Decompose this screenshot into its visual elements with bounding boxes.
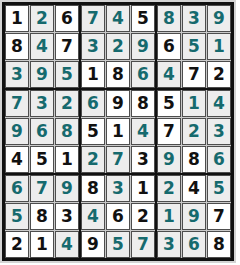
- cell-r4c1[interactable]: 7: [5, 90, 29, 117]
- cell-r8c1[interactable]: 5: [5, 203, 29, 230]
- cell-r8c3[interactable]: 3: [55, 203, 79, 230]
- cell-r7c2[interactable]: 7: [30, 175, 54, 202]
- cell-r8c9[interactable]: 7: [207, 203, 231, 230]
- cell-r6c9[interactable]: 6: [207, 146, 231, 173]
- box-r1c3: 839651472: [157, 5, 231, 88]
- cell-r2c8[interactable]: 5: [182, 33, 206, 60]
- cell-r3c1[interactable]: 3: [5, 61, 29, 88]
- cell-r9c1[interactable]: 2: [5, 231, 29, 258]
- cell-r8c4[interactable]: 4: [81, 203, 105, 230]
- cell-r5c6[interactable]: 4: [131, 118, 155, 145]
- cell-r7c5[interactable]: 3: [106, 175, 130, 202]
- cell-r5c5[interactable]: 1: [106, 118, 130, 145]
- cell-r3c9[interactable]: 2: [207, 61, 231, 88]
- cell-r2c5[interactable]: 2: [106, 33, 130, 60]
- cell-r1c4[interactable]: 7: [81, 5, 105, 32]
- cell-r1c8[interactable]: 3: [182, 5, 206, 32]
- sudoku-board: 1268473957453291868396514727329684516985…: [2, 2, 234, 261]
- box-r1c1: 126847395: [5, 5, 79, 88]
- cell-r9c2[interactable]: 1: [30, 231, 54, 258]
- cell-r5c2[interactable]: 6: [30, 118, 54, 145]
- cell-r3c4[interactable]: 1: [81, 61, 105, 88]
- cell-r2c1[interactable]: 8: [5, 33, 29, 60]
- box-r3c1: 679583214: [5, 175, 79, 258]
- cell-r3c7[interactable]: 4: [157, 61, 181, 88]
- cell-r7c1[interactable]: 6: [5, 175, 29, 202]
- cell-r9c3[interactable]: 4: [55, 231, 79, 258]
- cell-r6c5[interactable]: 7: [106, 146, 130, 173]
- cell-r3c2[interactable]: 9: [30, 61, 54, 88]
- cell-r7c7[interactable]: 2: [157, 175, 181, 202]
- cell-r5c7[interactable]: 7: [157, 118, 181, 145]
- cell-r2c9[interactable]: 1: [207, 33, 231, 60]
- box-r2c1: 732968451: [5, 90, 79, 173]
- cell-r2c6[interactable]: 9: [131, 33, 155, 60]
- cell-r6c1[interactable]: 4: [5, 146, 29, 173]
- cell-r6c4[interactable]: 2: [81, 146, 105, 173]
- cell-r9c4[interactable]: 9: [81, 231, 105, 258]
- cell-r1c2[interactable]: 2: [30, 5, 54, 32]
- cell-r8c8[interactable]: 9: [182, 203, 206, 230]
- cell-r9c8[interactable]: 6: [182, 231, 206, 258]
- cell-r6c2[interactable]: 5: [30, 146, 54, 173]
- box-r2c3: 514723986: [157, 90, 231, 173]
- box-r2c2: 698514273: [81, 90, 155, 173]
- cell-r1c6[interactable]: 5: [131, 5, 155, 32]
- cell-r7c6[interactable]: 1: [131, 175, 155, 202]
- cell-r2c4[interactable]: 3: [81, 33, 105, 60]
- cell-r6c8[interactable]: 8: [182, 146, 206, 173]
- cell-r3c8[interactable]: 7: [182, 61, 206, 88]
- cell-r7c8[interactable]: 4: [182, 175, 206, 202]
- cell-r1c7[interactable]: 8: [157, 5, 181, 32]
- cell-r5c1[interactable]: 9: [5, 118, 29, 145]
- cell-r4c9[interactable]: 4: [207, 90, 231, 117]
- cell-r4c6[interactable]: 8: [131, 90, 155, 117]
- cell-r9c5[interactable]: 5: [106, 231, 130, 258]
- cell-r3c3[interactable]: 5: [55, 61, 79, 88]
- cell-r5c9[interactable]: 3: [207, 118, 231, 145]
- cell-r7c3[interactable]: 9: [55, 175, 79, 202]
- cell-r4c2[interactable]: 3: [30, 90, 54, 117]
- cell-r2c7[interactable]: 6: [157, 33, 181, 60]
- cell-r1c9[interactable]: 9: [207, 5, 231, 32]
- cell-r2c3[interactable]: 7: [55, 33, 79, 60]
- cell-r4c8[interactable]: 1: [182, 90, 206, 117]
- cell-r9c7[interactable]: 3: [157, 231, 181, 258]
- cell-r5c8[interactable]: 2: [182, 118, 206, 145]
- cell-r4c3[interactable]: 2: [55, 90, 79, 117]
- cell-r7c4[interactable]: 8: [81, 175, 105, 202]
- cell-r8c5[interactable]: 6: [106, 203, 130, 230]
- cell-r6c7[interactable]: 9: [157, 146, 181, 173]
- cell-r9c6[interactable]: 7: [131, 231, 155, 258]
- cell-r2c2[interactable]: 4: [30, 33, 54, 60]
- cell-r5c4[interactable]: 5: [81, 118, 105, 145]
- cell-r4c7[interactable]: 5: [157, 90, 181, 117]
- cell-r4c5[interactable]: 9: [106, 90, 130, 117]
- cell-r8c2[interactable]: 8: [30, 203, 54, 230]
- box-r3c3: 245197368: [157, 175, 231, 258]
- cell-r6c6[interactable]: 3: [131, 146, 155, 173]
- cell-r5c3[interactable]: 8: [55, 118, 79, 145]
- box-r1c2: 745329186: [81, 5, 155, 88]
- cell-r1c1[interactable]: 1: [5, 5, 29, 32]
- cell-r1c3[interactable]: 6: [55, 5, 79, 32]
- board-margin: 1268473957453291868396514727329684516985…: [0, 0, 236, 263]
- cell-r6c3[interactable]: 1: [55, 146, 79, 173]
- cell-r3c5[interactable]: 8: [106, 61, 130, 88]
- box-r3c2: 831462957: [81, 175, 155, 258]
- cell-r7c9[interactable]: 5: [207, 175, 231, 202]
- cell-r1c5[interactable]: 4: [106, 5, 130, 32]
- cell-r4c4[interactable]: 6: [81, 90, 105, 117]
- cell-r9c9[interactable]: 8: [207, 231, 231, 258]
- cell-r8c7[interactable]: 1: [157, 203, 181, 230]
- cell-r8c6[interactable]: 2: [131, 203, 155, 230]
- cell-r3c6[interactable]: 6: [131, 61, 155, 88]
